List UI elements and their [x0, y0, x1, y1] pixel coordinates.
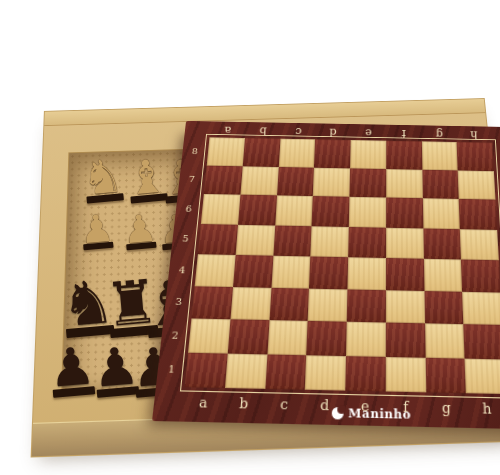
square-c7 — [277, 167, 315, 196]
square-a6 — [201, 194, 240, 224]
square-d8 — [314, 139, 350, 168]
rank-label-left-5: 5 — [173, 223, 198, 254]
square-h7 — [458, 170, 496, 200]
board-grid — [185, 137, 500, 394]
square-b2 — [228, 319, 270, 354]
rank-label-left-2: 2 — [162, 318, 188, 352]
square-b7 — [240, 166, 278, 195]
square-e6 — [349, 197, 386, 227]
square-h8 — [457, 142, 494, 171]
file-label-bottom-b: b — [222, 396, 264, 417]
file-label-top-a: a — [210, 122, 246, 135]
square-g6 — [422, 198, 460, 229]
square-h1 — [465, 358, 500, 394]
square-e8 — [350, 140, 386, 169]
chess-board-lid: abcdefgh abcdefgh 87654321 87654321 Mani… — [152, 121, 500, 429]
file-label-top-b: b — [245, 123, 281, 136]
square-a1 — [185, 352, 228, 388]
square-b4 — [233, 255, 273, 287]
square-c2 — [267, 320, 308, 355]
file-label-top-d: d — [315, 124, 351, 137]
square-b5 — [235, 224, 274, 255]
rank-label-left-6: 6 — [176, 193, 201, 223]
square-c5 — [273, 225, 312, 256]
square-f1 — [385, 356, 425, 392]
square-c4 — [271, 256, 311, 288]
square-f2 — [386, 323, 426, 358]
file-label-top-h: h — [456, 127, 492, 140]
square-a3 — [191, 286, 232, 319]
square-g8 — [421, 141, 457, 170]
square-e1 — [345, 356, 385, 392]
square-g1 — [425, 357, 466, 393]
file-label-bottom-h: h — [466, 401, 500, 422]
square-e5 — [348, 227, 386, 258]
rank-label-left-7: 7 — [180, 165, 204, 194]
square-c1 — [265, 354, 307, 390]
square-d4 — [309, 256, 348, 288]
brand-name: Maninho — [348, 407, 411, 421]
square-b8 — [243, 138, 281, 167]
square-h6 — [459, 199, 497, 230]
square-c3 — [269, 287, 309, 321]
brand-crescent-icon — [332, 407, 344, 420]
square-f6 — [386, 197, 423, 228]
square-f5 — [386, 227, 424, 258]
square-d7 — [313, 167, 350, 197]
square-d1 — [305, 355, 346, 391]
square-g3 — [424, 291, 464, 325]
square-h5 — [460, 229, 499, 261]
square-d2 — [306, 321, 346, 356]
rank-label-left-4: 4 — [169, 254, 194, 286]
square-a2 — [188, 318, 230, 353]
square-d3 — [308, 288, 348, 322]
square-e2 — [346, 322, 386, 357]
square-f7 — [386, 169, 422, 199]
square-f8 — [386, 141, 422, 170]
rank-label-right-8: 8 — [494, 143, 500, 171]
square-a4 — [195, 254, 236, 286]
square-h3 — [462, 291, 500, 325]
square-c6 — [275, 195, 313, 225]
square-b6 — [238, 195, 277, 225]
square-e3 — [347, 289, 386, 323]
square-g2 — [425, 323, 465, 358]
square-f3 — [386, 290, 425, 324]
square-d6 — [312, 196, 350, 226]
square-f4 — [386, 258, 424, 291]
square-h4 — [461, 260, 500, 293]
square-g7 — [422, 169, 459, 199]
brand-logo: Maninho — [312, 404, 431, 423]
product-photo: ♞♝♝♟♟♟♞♜♝♟♟♟ abcdefgh abcdefgh 87654321 … — [0, 0, 500, 475]
file-label-top-f: f — [386, 126, 421, 139]
square-a8 — [207, 137, 245, 166]
square-c8 — [278, 139, 315, 168]
square-b1 — [225, 353, 267, 389]
file-label-bottom-a: a — [182, 395, 224, 416]
square-g4 — [423, 259, 462, 292]
square-h2 — [464, 324, 500, 359]
rank-label-left-3: 3 — [166, 285, 192, 318]
square-a7 — [204, 165, 243, 194]
rank-label-left-1: 1 — [158, 352, 185, 387]
square-a5 — [198, 224, 238, 255]
square-g5 — [423, 228, 461, 260]
file-label-top-e: e — [351, 125, 386, 138]
file-label-bottom-c: c — [263, 397, 305, 418]
square-d5 — [311, 226, 349, 257]
square-b3 — [230, 287, 271, 320]
file-label-bottom-g: g — [426, 400, 467, 421]
file-label-top-c: c — [280, 124, 316, 137]
square-e7 — [349, 168, 386, 198]
square-e4 — [347, 257, 385, 289]
rank-label-right-7: 7 — [496, 171, 500, 200]
rank-label-left-8: 8 — [183, 137, 207, 165]
file-label-top-g: g — [421, 126, 457, 139]
